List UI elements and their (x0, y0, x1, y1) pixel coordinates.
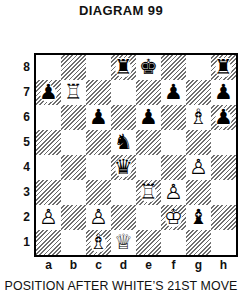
file-label-d: d (111, 259, 136, 271)
file-labels: abcdefgh (36, 259, 236, 271)
square-f8 (161, 55, 186, 80)
square-c1: ♗ (86, 230, 111, 255)
square-d1: ♕ (111, 230, 136, 255)
square-a4 (36, 155, 61, 180)
square-f3: ♙ (161, 180, 186, 205)
rank-label-5: 5 (16, 130, 30, 155)
square-a3 (36, 180, 61, 205)
piece-black-rook: ♜ (111, 55, 136, 80)
square-e2 (136, 205, 161, 230)
square-b3 (61, 180, 86, 205)
square-c3 (86, 180, 111, 205)
rank-label-6: 6 (16, 105, 30, 130)
piece-white-rook: ♖ (136, 180, 161, 205)
rank-label-4: 4 (16, 155, 30, 180)
piece-white-pawn: ♙ (36, 205, 61, 230)
piece-white-queen: ♕ (111, 230, 136, 255)
piece-black-king: ♚ (136, 55, 161, 80)
rank-label-8: 8 (16, 55, 30, 80)
piece-white-bishop: ♗ (186, 105, 211, 130)
file-label-g: g (186, 259, 211, 271)
square-h5 (211, 130, 236, 155)
square-h2 (211, 205, 236, 230)
rank-label-3: 3 (16, 180, 30, 205)
square-d6 (111, 105, 136, 130)
rank-label-1: 1 (16, 230, 30, 255)
square-h6: ♟ (211, 105, 236, 130)
square-f7: ♟ (161, 80, 186, 105)
piece-black-pawn: ♟ (211, 80, 236, 105)
square-g8 (186, 55, 211, 80)
square-h4 (211, 155, 236, 180)
square-d5: ♞ (111, 130, 136, 155)
square-g5 (186, 130, 211, 155)
piece-black-knight: ♞ (111, 130, 136, 155)
diagram-page: DIAGRAM 99 87654321 ♜♚♜♟♖♟♟♟♟♗♟♞♛♙♖♙♙♙♔♝… (0, 0, 242, 295)
piece-black-pawn: ♟ (86, 105, 111, 130)
file-label-c: c (86, 259, 111, 271)
square-g4: ♙ (186, 155, 211, 180)
square-d4: ♛ (111, 155, 136, 180)
piece-black-bishop: ♝ (186, 205, 211, 230)
square-h8: ♜ (211, 55, 236, 80)
square-f6 (161, 105, 186, 130)
piece-black-pawn: ♟ (136, 105, 161, 130)
piece-black-queen: ♛ (111, 155, 136, 180)
piece-white-bishop: ♗ (86, 230, 111, 255)
diagram-title: DIAGRAM 99 (0, 3, 242, 18)
piece-black-pawn: ♟ (36, 80, 61, 105)
square-e1 (136, 230, 161, 255)
square-b8 (61, 55, 86, 80)
piece-white-pawn: ♙ (186, 155, 211, 180)
square-g6: ♗ (186, 105, 211, 130)
square-a5 (36, 130, 61, 155)
rank-label-2: 2 (16, 205, 30, 230)
square-a1 (36, 230, 61, 255)
square-f4 (161, 155, 186, 180)
square-b2 (61, 205, 86, 230)
square-e7 (136, 80, 161, 105)
square-h1 (211, 230, 236, 255)
piece-white-king: ♔ (161, 205, 186, 230)
square-f1 (161, 230, 186, 255)
square-c6: ♟ (86, 105, 111, 130)
square-g7 (186, 80, 211, 105)
piece-black-pawn: ♟ (161, 80, 186, 105)
square-e4 (136, 155, 161, 180)
piece-black-rook: ♜ (211, 55, 236, 80)
square-h3 (211, 180, 236, 205)
square-c7 (86, 80, 111, 105)
piece-black-pawn: ♟ (211, 105, 236, 130)
square-c5 (86, 130, 111, 155)
file-label-e: e (136, 259, 161, 271)
square-b6 (61, 105, 86, 130)
piece-white-pawn: ♙ (161, 180, 186, 205)
square-e3: ♖ (136, 180, 161, 205)
diagram-caption: POSITION AFTER WHITE’S 21ST MOVE (0, 279, 242, 293)
square-g3 (186, 180, 211, 205)
square-g1 (186, 230, 211, 255)
square-g2: ♝ (186, 205, 211, 230)
square-e5 (136, 130, 161, 155)
square-f2: ♔ (161, 205, 186, 230)
square-d8: ♜ (111, 55, 136, 80)
rank-labels: 87654321 (16, 55, 30, 255)
file-label-b: b (61, 259, 86, 271)
file-label-f: f (161, 259, 186, 271)
square-b5 (61, 130, 86, 155)
square-e8: ♚ (136, 55, 161, 80)
rank-label-7: 7 (16, 80, 30, 105)
square-f5 (161, 130, 186, 155)
square-b4 (61, 155, 86, 180)
square-b7: ♖ (61, 80, 86, 105)
square-a8 (36, 55, 61, 80)
square-d2 (111, 205, 136, 230)
square-b1 (61, 230, 86, 255)
square-c2: ♙ (86, 205, 111, 230)
square-c8 (86, 55, 111, 80)
square-a7: ♟ (36, 80, 61, 105)
square-a2: ♙ (36, 205, 61, 230)
piece-white-rook: ♖ (61, 80, 86, 105)
file-label-h: h (211, 259, 236, 271)
file-label-a: a (36, 259, 61, 271)
square-d7 (111, 80, 136, 105)
square-d3 (111, 180, 136, 205)
square-a6 (36, 105, 61, 130)
chess-board: ♜♚♜♟♖♟♟♟♟♗♟♞♛♙♖♙♙♙♔♝♗♕ (34, 53, 238, 257)
square-h7: ♟ (211, 80, 236, 105)
piece-white-pawn: ♙ (86, 205, 111, 230)
square-c4 (86, 155, 111, 180)
square-e6: ♟ (136, 105, 161, 130)
